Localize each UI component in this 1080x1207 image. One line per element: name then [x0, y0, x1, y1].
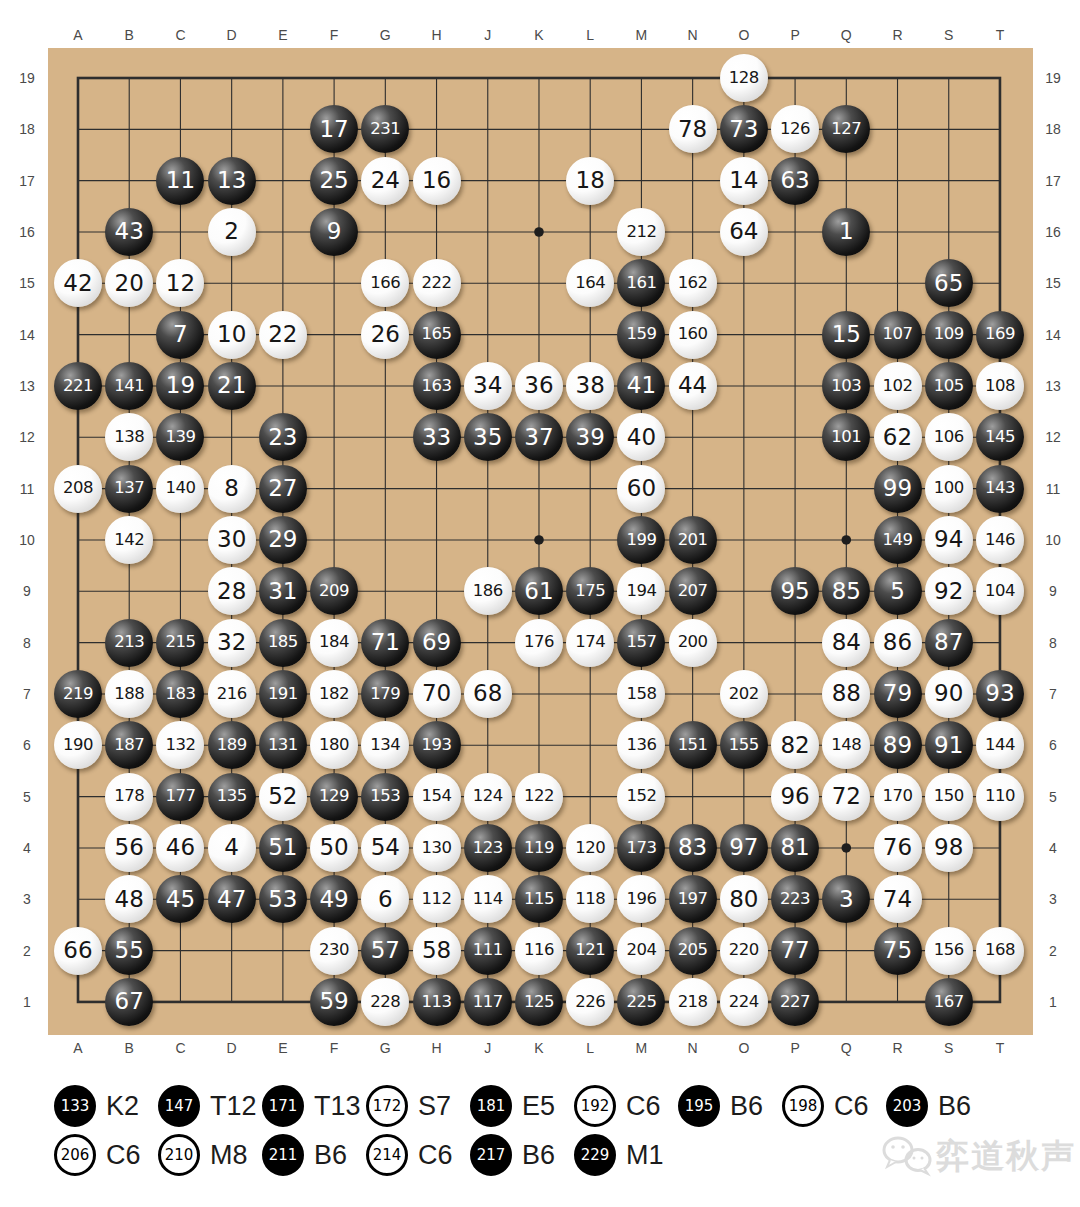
- stone-H13: 163: [413, 362, 461, 410]
- stone-G3: 6: [361, 875, 409, 923]
- move-number: 131: [268, 737, 298, 754]
- move-number: 207: [678, 583, 708, 600]
- move-number: 27: [268, 477, 297, 500]
- move-number: 96: [780, 785, 809, 808]
- stone-R7: 79: [874, 670, 922, 718]
- stone-D3: 47: [208, 875, 256, 923]
- coord-label: K: [534, 27, 543, 43]
- stone-E14: 22: [259, 311, 307, 359]
- stone-B10: 142: [105, 516, 153, 564]
- move-number: 10: [217, 323, 246, 346]
- move-number: 175: [575, 583, 605, 600]
- stone-D7: 216: [208, 670, 256, 718]
- move-number: 87: [934, 631, 963, 654]
- coord-label: F: [330, 1040, 339, 1056]
- move-number: 17: [319, 118, 348, 141]
- coord-label: T: [996, 27, 1005, 43]
- coord-label: 3: [1049, 891, 1057, 907]
- stone-Q16: 1: [822, 208, 870, 256]
- stone-J9: 186: [464, 567, 512, 615]
- stone-N6: 151: [669, 721, 717, 769]
- stone-N13: 44: [669, 362, 717, 410]
- stone-R10: 149: [874, 516, 922, 564]
- move-number: 89: [883, 734, 912, 757]
- stone-N15: 162: [669, 259, 717, 307]
- stone-H1: 113: [413, 978, 461, 1026]
- coord-label: B: [125, 27, 134, 43]
- stone-M9: 194: [617, 567, 665, 615]
- caption-stone: 217: [470, 1134, 512, 1176]
- stone-T7: 93: [976, 670, 1024, 718]
- stone-A6: 190: [54, 721, 102, 769]
- stone-M11: 60: [617, 465, 665, 513]
- move-number: 153: [370, 788, 400, 805]
- move-number: 99: [883, 477, 912, 500]
- move-number: 224: [729, 994, 759, 1011]
- stone-F5: 129: [310, 773, 358, 821]
- move-number: 78: [678, 118, 707, 141]
- stone-F17: 25: [310, 157, 358, 205]
- move-number: 155: [729, 737, 759, 754]
- move-number: 35: [473, 426, 502, 449]
- stone-M2: 204: [617, 927, 665, 975]
- caption-stone: 214: [366, 1134, 408, 1176]
- stone-R2: 75: [874, 927, 922, 975]
- move-number: 136: [626, 737, 656, 754]
- stone-R13: 102: [874, 362, 922, 410]
- coord-label: 12: [19, 429, 35, 445]
- coord-label: 5: [23, 789, 31, 805]
- coord-label: M: [636, 27, 648, 43]
- move-number: 167: [934, 994, 964, 1011]
- move-number: 40: [627, 426, 656, 449]
- stone-J4: 123: [464, 824, 512, 872]
- stone-H2: 58: [413, 927, 461, 975]
- stone-H7: 70: [413, 670, 461, 718]
- caption-point-label: M8: [210, 1140, 248, 1171]
- move-number: 73: [729, 118, 758, 141]
- stone-Q3: 3: [822, 875, 870, 923]
- move-number: 56: [115, 836, 144, 859]
- caption-point-label: C6: [418, 1140, 453, 1171]
- stone-L13: 38: [566, 362, 614, 410]
- stone-N8: 200: [669, 619, 717, 667]
- caption-point-label: B6: [730, 1091, 763, 1122]
- move-number: 45: [166, 888, 195, 911]
- stone-M1: 225: [617, 978, 665, 1026]
- stone-F9: 209: [310, 567, 358, 615]
- move-number: 58: [422, 939, 451, 962]
- stone-B3: 48: [105, 875, 153, 923]
- move-number: 23: [268, 426, 297, 449]
- coord-label: Q: [841, 27, 852, 43]
- move-number: 135: [217, 788, 247, 805]
- move-number: 126: [780, 121, 810, 138]
- stone-Q7: 88: [822, 670, 870, 718]
- stone-P2: 77: [771, 927, 819, 975]
- move-number: 177: [165, 788, 195, 805]
- coord-label: 6: [1049, 737, 1057, 753]
- coord-label: 14: [1045, 327, 1061, 343]
- move-number: 55: [115, 939, 144, 962]
- stone-S15: 65: [925, 259, 973, 307]
- caption-stone: 211: [262, 1134, 304, 1176]
- stone-T2: 168: [976, 927, 1024, 975]
- move-number: 4: [224, 836, 239, 859]
- move-number: 88: [832, 682, 861, 705]
- stone-C5: 177: [156, 773, 204, 821]
- stone-K8: 176: [515, 619, 563, 667]
- move-number: 220: [729, 942, 759, 959]
- stone-M15: 161: [617, 259, 665, 307]
- stone-B12: 138: [105, 413, 153, 461]
- coord-label: 2: [1049, 943, 1057, 959]
- caption-entry: 198C6: [782, 1085, 886, 1127]
- caption-entry: 147T12: [158, 1085, 262, 1127]
- stone-S8: 87: [925, 619, 973, 667]
- move-number: 208: [63, 480, 93, 497]
- caption-stone: 181: [470, 1085, 512, 1127]
- stone-P18: 126: [771, 105, 819, 153]
- move-number: 119: [524, 840, 554, 857]
- move-number: 182: [319, 686, 349, 703]
- stone-G6: 134: [361, 721, 409, 769]
- stone-K3: 115: [515, 875, 563, 923]
- stone-C15: 12: [156, 259, 204, 307]
- stone-D13: 21: [208, 362, 256, 410]
- move-number: 21: [217, 374, 246, 397]
- move-number: 209: [319, 583, 349, 600]
- coord-label: 10: [19, 532, 35, 548]
- stone-E7: 191: [259, 670, 307, 718]
- stone-M6: 136: [617, 721, 665, 769]
- stone-B5: 178: [105, 773, 153, 821]
- stone-D9: 28: [208, 567, 256, 615]
- coord-label: O: [738, 27, 749, 43]
- coord-label: 11: [1046, 481, 1061, 497]
- stone-R12: 62: [874, 413, 922, 461]
- caption-entry: 210M8: [158, 1134, 262, 1176]
- caption-stone: 133: [54, 1085, 96, 1127]
- coord-label: 15: [19, 275, 35, 291]
- move-number: 71: [371, 631, 400, 654]
- stone-T11: 143: [976, 465, 1024, 513]
- move-number: 49: [319, 888, 348, 911]
- move-number: 107: [883, 326, 913, 343]
- stone-K4: 119: [515, 824, 563, 872]
- stone-D16: 2: [208, 208, 256, 256]
- coord-label: 17: [19, 173, 35, 189]
- stone-C3: 45: [156, 875, 204, 923]
- coord-label: 9: [23, 583, 31, 599]
- move-number: 196: [626, 891, 656, 908]
- move-number: 98: [934, 836, 963, 859]
- move-number: 61: [524, 580, 553, 603]
- move-number: 227: [780, 994, 810, 1011]
- caption-point-label: B6: [522, 1140, 555, 1171]
- move-number: 24: [371, 169, 400, 192]
- move-number: 105: [934, 378, 964, 395]
- move-number: 170: [883, 788, 913, 805]
- stone-B16: 43: [105, 208, 153, 256]
- stone-H14: 165: [413, 311, 461, 359]
- move-number: 216: [217, 686, 247, 703]
- move-number: 100: [934, 480, 964, 497]
- stone-D17: 13: [208, 157, 256, 205]
- move-number: 112: [422, 891, 452, 908]
- caption-entry: 172S7: [366, 1085, 470, 1127]
- stone-S10: 94: [925, 516, 973, 564]
- move-number: 160: [678, 326, 708, 343]
- coord-label: 8: [1049, 635, 1057, 651]
- move-number: 90: [934, 682, 963, 705]
- coord-label: 11: [20, 481, 35, 497]
- move-number: 183: [165, 686, 195, 703]
- move-number: 176: [524, 634, 554, 651]
- move-number: 226: [575, 994, 605, 1011]
- coord-label: A: [73, 27, 82, 43]
- move-number: 185: [268, 634, 298, 651]
- move-number: 149: [883, 532, 913, 549]
- move-number: 46: [166, 836, 195, 859]
- move-number: 231: [370, 121, 400, 138]
- move-number: 6: [378, 888, 393, 911]
- stone-O1: 224: [720, 978, 768, 1026]
- coord-label: 13: [1045, 378, 1061, 394]
- move-number: 31: [268, 580, 297, 603]
- move-number: 162: [678, 275, 708, 292]
- move-number: 163: [422, 378, 452, 395]
- stone-A7: 219: [54, 670, 102, 718]
- stone-F8: 184: [310, 619, 358, 667]
- stone-C13: 19: [156, 362, 204, 410]
- stone-D11: 8: [208, 465, 256, 513]
- stone-L4: 120: [566, 824, 614, 872]
- stone-Q18: 127: [822, 105, 870, 153]
- watermark-text: 弈道秋声: [936, 1134, 1076, 1179]
- move-number: 77: [780, 939, 809, 962]
- move-number: 156: [934, 942, 964, 959]
- stone-S7: 90: [925, 670, 973, 718]
- coord-label: E: [278, 27, 287, 43]
- stone-F2: 230: [310, 927, 358, 975]
- stone-T9: 104: [976, 567, 1024, 615]
- move-number: 189: [217, 737, 247, 754]
- coord-label: 7: [1049, 686, 1057, 702]
- move-number: 204: [626, 942, 656, 959]
- move-number: 113: [422, 994, 452, 1011]
- stone-E12: 23: [259, 413, 307, 461]
- stone-T14: 169: [976, 311, 1024, 359]
- stone-R14: 107: [874, 311, 922, 359]
- move-number: 201: [678, 532, 708, 549]
- coord-label: J: [484, 27, 491, 43]
- move-number: 80: [729, 888, 758, 911]
- stone-E3: 53: [259, 875, 307, 923]
- move-number: 43: [115, 220, 144, 243]
- stone-R5: 170: [874, 773, 922, 821]
- stone-S13: 105: [925, 362, 973, 410]
- stone-Q9: 85: [822, 567, 870, 615]
- move-number: 79: [883, 682, 912, 705]
- stone-N14: 160: [669, 311, 717, 359]
- stone-P17: 63: [771, 157, 819, 205]
- move-number: 74: [883, 888, 912, 911]
- move-number: 143: [985, 480, 1015, 497]
- move-number: 215: [165, 634, 195, 651]
- caption-point-label: E5: [522, 1091, 555, 1122]
- move-number: 26: [371, 323, 400, 346]
- caption-stone: 206: [54, 1134, 96, 1176]
- stone-N10: 201: [669, 516, 717, 564]
- move-number: 154: [422, 788, 452, 805]
- move-number: 202: [729, 686, 759, 703]
- move-number: 106: [934, 429, 964, 446]
- stone-M8: 157: [617, 619, 665, 667]
- caption-point-label: K2: [106, 1091, 139, 1122]
- move-number: 52: [268, 785, 297, 808]
- move-number: 82: [780, 734, 809, 757]
- coord-label: E: [278, 1040, 287, 1056]
- stone-K2: 116: [515, 927, 563, 975]
- coord-label: B: [125, 1040, 134, 1056]
- move-number: 146: [985, 532, 1015, 549]
- coord-label: 7: [23, 686, 31, 702]
- move-number: 91: [934, 734, 963, 757]
- stone-P3: 223: [771, 875, 819, 923]
- stone-S9: 92: [925, 567, 973, 615]
- stone-N4: 83: [669, 824, 717, 872]
- stone-S5: 150: [925, 773, 973, 821]
- move-number: 5: [890, 580, 905, 603]
- stone-O3: 80: [720, 875, 768, 923]
- stone-N2: 205: [669, 927, 717, 975]
- caption-stone: 172: [366, 1085, 408, 1127]
- stone-O7: 202: [720, 670, 768, 718]
- stone-L3: 118: [566, 875, 614, 923]
- stone-T12: 145: [976, 413, 1024, 461]
- stone-D14: 10: [208, 311, 256, 359]
- move-number: 132: [165, 737, 195, 754]
- stone-O6: 155: [720, 721, 768, 769]
- move-number: 51: [268, 836, 297, 859]
- coord-label: 18: [19, 121, 35, 137]
- stone-A13: 221: [54, 362, 102, 410]
- move-number: 7: [173, 323, 188, 346]
- move-number: 63: [780, 169, 809, 192]
- stone-O4: 97: [720, 824, 768, 872]
- coord-label: 2: [23, 943, 31, 959]
- stone-H3: 112: [413, 875, 461, 923]
- move-number: 213: [114, 634, 144, 651]
- stone-H15: 222: [413, 259, 461, 307]
- stone-K12: 37: [515, 413, 563, 461]
- move-number: 180: [319, 737, 349, 754]
- coord-label: G: [380, 27, 391, 43]
- stone-F7: 182: [310, 670, 358, 718]
- move-number: 158: [626, 686, 656, 703]
- move-number: 104: [985, 583, 1015, 600]
- move-number: 222: [422, 275, 452, 292]
- move-number: 42: [63, 272, 92, 295]
- move-number: 76: [883, 836, 912, 859]
- move-number: 178: [114, 788, 144, 805]
- stone-B1: 67: [105, 978, 153, 1026]
- stone-E11: 27: [259, 465, 307, 513]
- stone-Q6: 148: [822, 721, 870, 769]
- move-number: 187: [114, 737, 144, 754]
- stone-P4: 81: [771, 824, 819, 872]
- move-number: 62: [883, 426, 912, 449]
- move-number: 3: [839, 888, 854, 911]
- coord-label: 19: [1045, 70, 1061, 86]
- move-number: 193: [422, 737, 452, 754]
- move-number: 64: [729, 220, 758, 243]
- caption-point-label: T12: [210, 1091, 257, 1122]
- stone-S6: 91: [925, 721, 973, 769]
- stone-D10: 30: [208, 516, 256, 564]
- caption-entry: 171T13: [262, 1085, 366, 1127]
- move-number: 152: [626, 788, 656, 805]
- stone-B7: 188: [105, 670, 153, 718]
- stone-H5: 154: [413, 773, 461, 821]
- caption-stone: 147: [158, 1085, 200, 1127]
- stone-N9: 207: [669, 567, 717, 615]
- move-number: 66: [63, 939, 92, 962]
- move-number: 164: [575, 275, 605, 292]
- stone-J13: 34: [464, 362, 512, 410]
- move-number: 140: [165, 480, 195, 497]
- caption-entry: 211B6: [262, 1134, 366, 1176]
- move-number: 190: [63, 737, 93, 754]
- move-number: 39: [576, 426, 605, 449]
- stone-R6: 89: [874, 721, 922, 769]
- move-number: 138: [114, 429, 144, 446]
- caption-point-label: C6: [106, 1140, 141, 1171]
- caption-point-label: M1: [626, 1140, 664, 1171]
- stone-B2: 55: [105, 927, 153, 975]
- move-number: 125: [524, 994, 554, 1011]
- move-number: 159: [626, 326, 656, 343]
- stone-J7: 68: [464, 670, 512, 718]
- coord-label: R: [892, 1040, 902, 1056]
- stone-N18: 78: [669, 105, 717, 153]
- stone-H12: 33: [413, 413, 461, 461]
- move-number: 166: [370, 275, 400, 292]
- stone-K9: 61: [515, 567, 563, 615]
- coord-label: F: [330, 27, 339, 43]
- stone-E5: 52: [259, 773, 307, 821]
- stone-D6: 189: [208, 721, 256, 769]
- caption-entry: 181E5: [470, 1085, 574, 1127]
- stone-R3: 74: [874, 875, 922, 923]
- move-number: 141: [114, 378, 144, 395]
- caption-row-1: 133K2147T12171T13172S7181E5192C6195B6198…: [54, 1085, 990, 1127]
- coord-label: D: [227, 1040, 237, 1056]
- move-number: 19: [166, 374, 195, 397]
- move-number: 118: [575, 891, 605, 908]
- move-number: 148: [831, 737, 861, 754]
- move-number: 84: [832, 631, 861, 654]
- coord-label: C: [175, 27, 185, 43]
- coord-label: H: [431, 1040, 441, 1056]
- stone-G8: 71: [361, 619, 409, 667]
- move-number: 13: [217, 169, 246, 192]
- stone-P1: 227: [771, 978, 819, 1026]
- coord-label: 13: [19, 378, 35, 394]
- caption-stone: 192: [574, 1085, 616, 1127]
- coord-label: Q: [841, 1040, 852, 1056]
